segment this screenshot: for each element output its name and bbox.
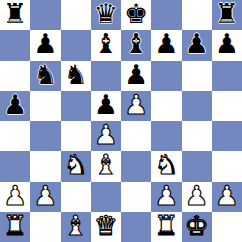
- square-a3[interactable]: [0, 151, 30, 181]
- piece-white-bishop: ♝: [64, 211, 88, 241]
- piece-white-rook: ♜: [154, 211, 178, 241]
- square-b2[interactable]: ♟: [30, 182, 60, 212]
- square-g1[interactable]: ♚: [182, 212, 212, 242]
- piece-black-pawn: ♟: [33, 29, 57, 59]
- square-g7[interactable]: ♟: [182, 30, 212, 60]
- square-c7[interactable]: [61, 30, 91, 60]
- square-b4[interactable]: [30, 121, 60, 151]
- square-h3[interactable]: [212, 151, 242, 181]
- piece-white-pawn: ♟: [154, 181, 178, 211]
- square-d2[interactable]: [91, 182, 121, 212]
- chess-board: ♜♛♚♜♟♝♝♟♟♟♞♞♟♟♟♟♟♞♝♞♟♟♟♟♟♜♝♛♜♚: [0, 0, 242, 242]
- square-a6[interactable]: [0, 61, 30, 91]
- square-c8[interactable]: [61, 0, 91, 30]
- piece-black-pawn: ♟: [215, 29, 239, 59]
- square-b3[interactable]: [30, 151, 60, 181]
- piece-white-king: ♚: [185, 211, 209, 241]
- piece-white-pawn: ♟: [33, 181, 57, 211]
- square-e8[interactable]: ♚: [121, 0, 151, 30]
- square-g2[interactable]: ♟: [182, 182, 212, 212]
- piece-black-pawn: ♟: [154, 29, 178, 59]
- piece-black-bishop: ♝: [124, 29, 148, 59]
- square-h2[interactable]: ♟: [212, 182, 242, 212]
- square-b1[interactable]: [30, 212, 60, 242]
- square-h5[interactable]: [212, 91, 242, 121]
- square-d8[interactable]: ♛: [91, 0, 121, 30]
- square-c4[interactable]: [61, 121, 91, 151]
- square-h6[interactable]: [212, 61, 242, 91]
- square-f4[interactable]: [151, 121, 181, 151]
- piece-black-rook: ♜: [3, 0, 27, 29]
- square-c1[interactable]: ♝: [61, 212, 91, 242]
- square-a4[interactable]: [0, 121, 30, 151]
- square-c3[interactable]: ♞: [61, 151, 91, 181]
- square-c5[interactable]: [61, 91, 91, 121]
- square-f7[interactable]: ♟: [151, 30, 181, 60]
- piece-white-rook: ♜: [3, 211, 27, 241]
- square-b8[interactable]: [30, 0, 60, 30]
- piece-white-pawn: ♟: [215, 181, 239, 211]
- square-g3[interactable]: [182, 151, 212, 181]
- square-a7[interactable]: [0, 30, 30, 60]
- square-a8[interactable]: ♜: [0, 0, 30, 30]
- square-c2[interactable]: [61, 182, 91, 212]
- square-f1[interactable]: ♜: [151, 212, 181, 242]
- piece-white-pawn: ♟: [185, 181, 209, 211]
- piece-black-pawn: ♟: [185, 29, 209, 59]
- square-f3[interactable]: ♞: [151, 151, 181, 181]
- square-g8[interactable]: [182, 0, 212, 30]
- square-b7[interactable]: ♟: [30, 30, 60, 60]
- piece-white-knight: ♞: [64, 150, 88, 180]
- square-d3[interactable]: ♝: [91, 151, 121, 181]
- square-a5[interactable]: ♟: [0, 91, 30, 121]
- square-b5[interactable]: [30, 91, 60, 121]
- square-d1[interactable]: ♛: [91, 212, 121, 242]
- square-e4[interactable]: [121, 121, 151, 151]
- square-d5[interactable]: ♟: [91, 91, 121, 121]
- piece-black-pawn: ♟: [124, 60, 148, 90]
- piece-black-bishop: ♝: [94, 29, 118, 59]
- square-e6[interactable]: ♟: [121, 61, 151, 91]
- piece-white-bishop: ♝: [94, 150, 118, 180]
- square-h7[interactable]: ♟: [212, 30, 242, 60]
- square-e7[interactable]: ♝: [121, 30, 151, 60]
- square-g5[interactable]: [182, 91, 212, 121]
- square-a2[interactable]: ♟: [0, 182, 30, 212]
- square-d4[interactable]: ♟: [91, 121, 121, 151]
- square-b6[interactable]: ♞: [30, 61, 60, 91]
- square-e2[interactable]: [121, 182, 151, 212]
- piece-black-knight: ♞: [33, 60, 57, 90]
- piece-black-knight: ♞: [64, 60, 88, 90]
- square-g4[interactable]: [182, 121, 212, 151]
- square-f5[interactable]: [151, 91, 181, 121]
- square-a1[interactable]: ♜: [0, 212, 30, 242]
- piece-white-queen: ♛: [94, 211, 118, 241]
- square-f6[interactable]: [151, 61, 181, 91]
- piece-white-pawn: ♟: [124, 90, 148, 120]
- piece-black-pawn: ♟: [94, 90, 118, 120]
- square-f2[interactable]: ♟: [151, 182, 181, 212]
- square-d7[interactable]: ♝: [91, 30, 121, 60]
- piece-white-knight: ♞: [154, 150, 178, 180]
- piece-white-pawn: ♟: [3, 181, 27, 211]
- square-c6[interactable]: ♞: [61, 61, 91, 91]
- chess-diagram: ♜♛♚♜♟♝♝♟♟♟♞♞♟♟♟♟♟♞♝♞♟♟♟♟♟♜♝♛♜♚: [0, 0, 242, 242]
- piece-black-queen: ♛: [94, 0, 118, 29]
- piece-white-pawn: ♟: [94, 120, 118, 150]
- square-f8[interactable]: [151, 0, 181, 30]
- piece-black-king: ♚: [124, 0, 148, 29]
- square-h8[interactable]: ♜: [212, 0, 242, 30]
- square-h4[interactable]: [212, 121, 242, 151]
- square-d6[interactable]: [91, 61, 121, 91]
- piece-black-pawn: ♟: [3, 90, 27, 120]
- square-e1[interactable]: [121, 212, 151, 242]
- square-h1[interactable]: [212, 212, 242, 242]
- piece-black-rook: ♜: [215, 0, 239, 29]
- square-e5[interactable]: ♟: [121, 91, 151, 121]
- square-e3[interactable]: [121, 151, 151, 181]
- square-g6[interactable]: [182, 61, 212, 91]
